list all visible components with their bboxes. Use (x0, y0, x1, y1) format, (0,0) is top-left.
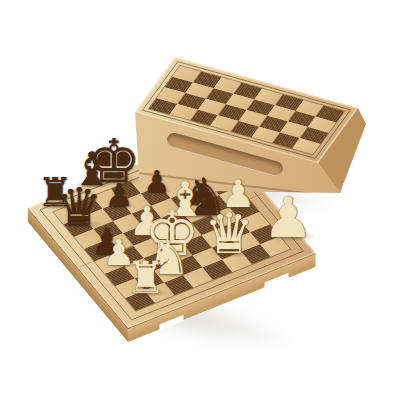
product-photo-scene: ♚♝♟♜♟♟♞♝♛♟♟♛♟♚♟♞♜ (0, 0, 400, 400)
board-foot-notch (160, 315, 184, 331)
board-foot-notch (265, 273, 289, 289)
